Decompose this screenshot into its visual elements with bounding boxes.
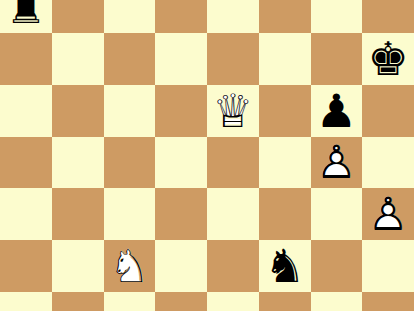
square-g7[interactable]: [311, 33, 363, 85]
square-e3[interactable]: [207, 240, 259, 292]
square-a2[interactable]: [0, 292, 52, 311]
square-c8[interactable]: [104, 0, 156, 33]
white-knight-glyph: ♘: [104, 243, 156, 289]
piece-white-knight[interactable]: ♞♘: [104, 240, 156, 292]
square-c4[interactable]: [104, 188, 156, 240]
square-c7[interactable]: [104, 33, 156, 85]
square-f2[interactable]: [259, 292, 311, 311]
square-a3[interactable]: [0, 240, 52, 292]
square-g8[interactable]: [311, 0, 363, 33]
piece-black-king[interactable]: ♚: [362, 33, 414, 85]
black-king-glyph: ♚: [362, 36, 414, 82]
square-d6[interactable]: [155, 85, 207, 137]
square-h3[interactable]: [362, 240, 414, 292]
white-pawn-glyph: ♙: [311, 139, 363, 185]
square-g5[interactable]: ♟♙: [311, 137, 363, 189]
square-b3[interactable]: [52, 240, 104, 292]
square-c6[interactable]: [104, 85, 156, 137]
square-b2[interactable]: [52, 292, 104, 311]
square-c2[interactable]: [104, 292, 156, 311]
square-a5[interactable]: [0, 137, 52, 189]
square-e5[interactable]: [207, 137, 259, 189]
piece-white-pawn[interactable]: ♟♙: [362, 188, 414, 240]
square-h7[interactable]: ♚: [362, 33, 414, 85]
square-f6[interactable]: [259, 85, 311, 137]
square-f5[interactable]: [259, 137, 311, 189]
square-b5[interactable]: [52, 137, 104, 189]
square-b4[interactable]: [52, 188, 104, 240]
square-a7[interactable]: [0, 33, 52, 85]
square-a4[interactable]: [0, 188, 52, 240]
square-g4[interactable]: [311, 188, 363, 240]
piece-black-pawn[interactable]: ♟: [311, 85, 363, 137]
square-f8[interactable]: [259, 0, 311, 33]
square-g2[interactable]: [311, 292, 363, 311]
square-c3[interactable]: ♞♘: [104, 240, 156, 292]
white-pawn-glyph: ♙: [362, 191, 414, 237]
square-a8[interactable]: ♜: [0, 0, 52, 33]
square-e8[interactable]: [207, 0, 259, 33]
square-d3[interactable]: [155, 240, 207, 292]
square-b7[interactable]: [52, 33, 104, 85]
square-h2[interactable]: [362, 292, 414, 311]
black-knight-glyph: ♞: [259, 243, 311, 289]
black-pawn-glyph: ♟: [311, 88, 363, 134]
square-c5[interactable]: [104, 137, 156, 189]
square-h4[interactable]: ♟♙: [362, 188, 414, 240]
square-d7[interactable]: [155, 33, 207, 85]
square-d5[interactable]: [155, 137, 207, 189]
piece-white-queen[interactable]: ♛♕: [207, 85, 259, 137]
square-e4[interactable]: [207, 188, 259, 240]
square-b6[interactable]: [52, 85, 104, 137]
chess-board-viewport: ♜♚♛♕♟♟♙♟♙♞♘♞: [0, 0, 414, 311]
square-f3[interactable]: ♞: [259, 240, 311, 292]
white-queen-glyph: ♕: [207, 88, 259, 134]
square-b8[interactable]: [52, 0, 104, 33]
square-h6[interactable]: [362, 85, 414, 137]
chess-board: ♜♚♛♕♟♟♙♟♙♞♘♞: [0, 0, 414, 311]
square-e7[interactable]: [207, 33, 259, 85]
square-a6[interactable]: [0, 85, 52, 137]
piece-white-pawn[interactable]: ♟♙: [311, 137, 363, 189]
square-d4[interactable]: [155, 188, 207, 240]
square-e6[interactable]: ♛♕: [207, 85, 259, 137]
square-e2[interactable]: [207, 292, 259, 311]
black-rook-glyph: ♜: [0, 0, 52, 30]
square-f7[interactable]: [259, 33, 311, 85]
square-h8[interactable]: [362, 0, 414, 33]
square-g3[interactable]: [311, 240, 363, 292]
square-h5[interactable]: [362, 137, 414, 189]
square-f4[interactable]: [259, 188, 311, 240]
piece-black-rook[interactable]: ♜: [0, 0, 52, 33]
piece-black-knight[interactable]: ♞: [259, 240, 311, 292]
square-g6[interactable]: ♟: [311, 85, 363, 137]
square-d8[interactable]: [155, 0, 207, 33]
square-d2[interactable]: [155, 292, 207, 311]
